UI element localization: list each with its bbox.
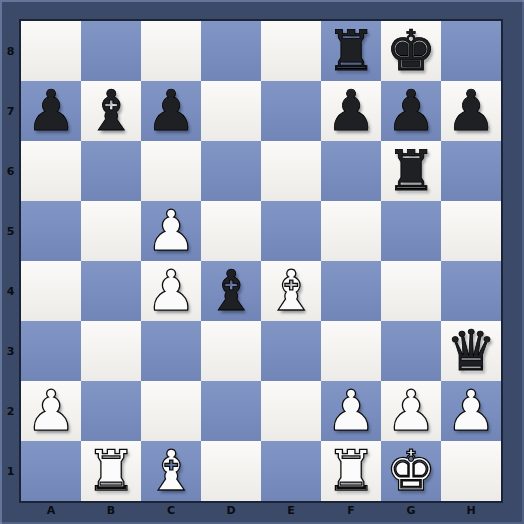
piece-black-king[interactable]: ♚ <box>381 21 441 81</box>
square-h4[interactable] <box>441 261 501 321</box>
square-a7[interactable]: ♟ <box>21 81 81 141</box>
square-g5[interactable] <box>381 201 441 261</box>
square-d5[interactable] <box>201 201 261 261</box>
piece-black-bishop[interactable]: ♝ <box>201 261 261 321</box>
file-label-d: D <box>201 501 261 524</box>
square-d1[interactable] <box>201 441 261 501</box>
piece-black-pawn[interactable]: ♟ <box>381 81 441 141</box>
piece-white-bishop[interactable]: ♝ <box>261 261 321 321</box>
piece-white-pawn[interactable]: ♟ <box>321 381 381 441</box>
square-b7[interactable]: ♝ <box>81 81 141 141</box>
square-c3[interactable] <box>141 321 201 381</box>
file-label-f: F <box>321 501 381 524</box>
piece-black-bishop[interactable]: ♝ <box>81 81 141 141</box>
square-e6[interactable] <box>261 141 321 201</box>
rank-label-4: 4 <box>0 261 21 321</box>
rank-label-2: 2 <box>0 381 21 441</box>
file-label-h: H <box>441 501 501 524</box>
piece-black-pawn[interactable]: ♟ <box>141 81 201 141</box>
square-g7[interactable]: ♟ <box>381 81 441 141</box>
square-d3[interactable] <box>201 321 261 381</box>
square-f2[interactable]: ♟ <box>321 381 381 441</box>
square-f1[interactable]: ♜ <box>321 441 381 501</box>
square-h6[interactable] <box>441 141 501 201</box>
square-e1[interactable] <box>261 441 321 501</box>
piece-black-rook[interactable]: ♜ <box>381 141 441 201</box>
square-c8[interactable] <box>141 21 201 81</box>
square-g3[interactable] <box>381 321 441 381</box>
square-h8[interactable] <box>441 21 501 81</box>
square-c5[interactable]: ♟ <box>141 201 201 261</box>
square-c7[interactable]: ♟ <box>141 81 201 141</box>
square-b5[interactable] <box>81 201 141 261</box>
square-h1[interactable] <box>441 441 501 501</box>
piece-white-pawn[interactable]: ♟ <box>141 261 201 321</box>
square-e8[interactable] <box>261 21 321 81</box>
square-f4[interactable] <box>321 261 381 321</box>
board-frame: 87654321 ♜♚♟♝♟♟♟♟♜♟♟♝♝♛♟♟♟♟♜♝♜♚ ABCDEFGH <box>0 0 524 524</box>
file-labels: ABCDEFGH <box>21 501 501 524</box>
square-b2[interactable] <box>81 381 141 441</box>
square-d2[interactable] <box>201 381 261 441</box>
square-h7[interactable]: ♟ <box>441 81 501 141</box>
piece-white-king[interactable]: ♚ <box>381 441 441 501</box>
square-f6[interactable] <box>321 141 381 201</box>
square-e5[interactable] <box>261 201 321 261</box>
square-h2[interactable]: ♟ <box>441 381 501 441</box>
rank-label-3: 3 <box>0 321 21 381</box>
chess-board: ♜♚♟♝♟♟♟♟♜♟♟♝♝♛♟♟♟♟♜♝♜♚ <box>21 21 501 501</box>
rank-labels: 87654321 <box>0 21 21 501</box>
square-c4[interactable]: ♟ <box>141 261 201 321</box>
square-a5[interactable] <box>21 201 81 261</box>
square-e2[interactable] <box>261 381 321 441</box>
square-g4[interactable] <box>381 261 441 321</box>
piece-white-rook[interactable]: ♜ <box>321 441 381 501</box>
square-f5[interactable] <box>321 201 381 261</box>
file-label-c: C <box>141 501 201 524</box>
piece-white-bishop[interactable]: ♝ <box>141 441 201 501</box>
square-f3[interactable] <box>321 321 381 381</box>
square-a3[interactable] <box>21 321 81 381</box>
square-a2[interactable]: ♟ <box>21 381 81 441</box>
square-f8[interactable]: ♜ <box>321 21 381 81</box>
square-a4[interactable] <box>21 261 81 321</box>
square-e3[interactable] <box>261 321 321 381</box>
piece-white-pawn[interactable]: ♟ <box>381 381 441 441</box>
square-f7[interactable]: ♟ <box>321 81 381 141</box>
square-e7[interactable] <box>261 81 321 141</box>
square-d7[interactable] <box>201 81 261 141</box>
square-a1[interactable] <box>21 441 81 501</box>
square-d4[interactable]: ♝ <box>201 261 261 321</box>
square-b6[interactable] <box>81 141 141 201</box>
piece-white-pawn[interactable]: ♟ <box>441 381 501 441</box>
square-g1[interactable]: ♚ <box>381 441 441 501</box>
square-e4[interactable]: ♝ <box>261 261 321 321</box>
rank-label-1: 1 <box>0 441 21 501</box>
piece-white-pawn[interactable]: ♟ <box>141 201 201 261</box>
rank-label-5: 5 <box>0 201 21 261</box>
square-c2[interactable] <box>141 381 201 441</box>
rank-label-7: 7 <box>0 81 21 141</box>
square-g2[interactable]: ♟ <box>381 381 441 441</box>
rank-label-8: 8 <box>0 21 21 81</box>
piece-white-rook[interactable]: ♜ <box>81 441 141 501</box>
square-b8[interactable] <box>81 21 141 81</box>
square-g8[interactable]: ♚ <box>381 21 441 81</box>
square-c6[interactable] <box>141 141 201 201</box>
square-d6[interactable] <box>201 141 261 201</box>
square-b4[interactable] <box>81 261 141 321</box>
square-a6[interactable] <box>21 141 81 201</box>
piece-white-pawn[interactable]: ♟ <box>21 381 81 441</box>
square-a8[interactable] <box>21 21 81 81</box>
piece-black-rook[interactable]: ♜ <box>321 21 381 81</box>
square-h3[interactable]: ♛ <box>441 321 501 381</box>
piece-black-queen[interactable]: ♛ <box>441 321 501 381</box>
square-b3[interactable] <box>81 321 141 381</box>
file-label-g: G <box>381 501 441 524</box>
file-label-e: E <box>261 501 321 524</box>
square-b1[interactable]: ♜ <box>81 441 141 501</box>
piece-black-pawn[interactable]: ♟ <box>21 81 81 141</box>
piece-black-pawn[interactable]: ♟ <box>321 81 381 141</box>
square-g6[interactable]: ♜ <box>381 141 441 201</box>
rank-label-6: 6 <box>0 141 21 201</box>
square-c1[interactable]: ♝ <box>141 441 201 501</box>
square-d8[interactable] <box>201 21 261 81</box>
file-label-a: A <box>21 501 81 524</box>
file-label-b: B <box>81 501 141 524</box>
square-h5[interactable] <box>441 201 501 261</box>
piece-black-pawn[interactable]: ♟ <box>441 81 501 141</box>
